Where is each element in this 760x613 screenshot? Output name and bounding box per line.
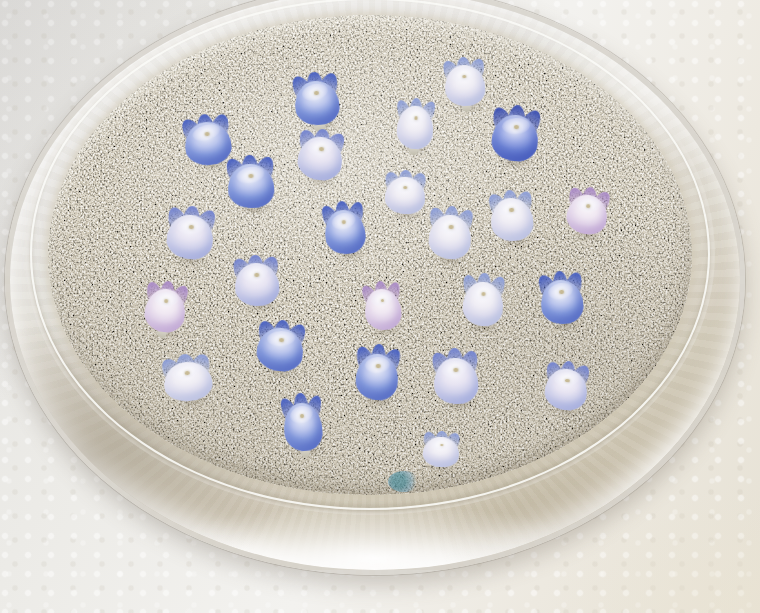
flower-bead (363, 285, 404, 335)
flower-bead (539, 275, 585, 328)
flower-center-hole (249, 173, 254, 177)
flower-bead (296, 133, 345, 185)
flower-center-hole (449, 224, 453, 228)
flower-layer (0, 0, 760, 613)
flower-center-hole (376, 364, 380, 368)
flower-bead (443, 62, 486, 111)
flower-center-hole (314, 90, 319, 94)
flower-bead (490, 110, 540, 166)
flower-bead (165, 210, 215, 264)
flower-bead (142, 285, 188, 338)
flower-bead (489, 194, 535, 245)
flower-bead (161, 357, 215, 407)
flower-bead (322, 205, 368, 260)
flower-center-hole (279, 338, 284, 342)
flower-bead (233, 260, 280, 311)
flower-center-hole (454, 368, 459, 372)
flower-center-hole (319, 147, 324, 151)
scene (0, 0, 760, 613)
flower-bead (543, 365, 590, 415)
flower-bead (462, 278, 505, 330)
flower-center-hole (189, 224, 194, 228)
flower-bead (422, 434, 460, 470)
flower-bead (227, 160, 276, 212)
flower-center-hole (514, 125, 519, 130)
flower-center-hole (254, 273, 259, 277)
flower-bead (282, 398, 325, 455)
flower-bead (384, 174, 425, 217)
flower-center-hole (414, 116, 418, 120)
flower-bead (354, 350, 400, 405)
flower-bead (433, 354, 480, 408)
flower-center-hole (185, 371, 190, 375)
flower-center-hole (559, 289, 564, 293)
flower-center-hole (509, 208, 514, 212)
flower-center-hole (565, 378, 570, 382)
flower-bead (255, 324, 306, 377)
flower-bead (396, 103, 434, 153)
flower-bead (564, 190, 610, 239)
flower-bead (293, 76, 342, 130)
flower-bead (427, 211, 472, 264)
flower-center-hole (205, 132, 210, 136)
